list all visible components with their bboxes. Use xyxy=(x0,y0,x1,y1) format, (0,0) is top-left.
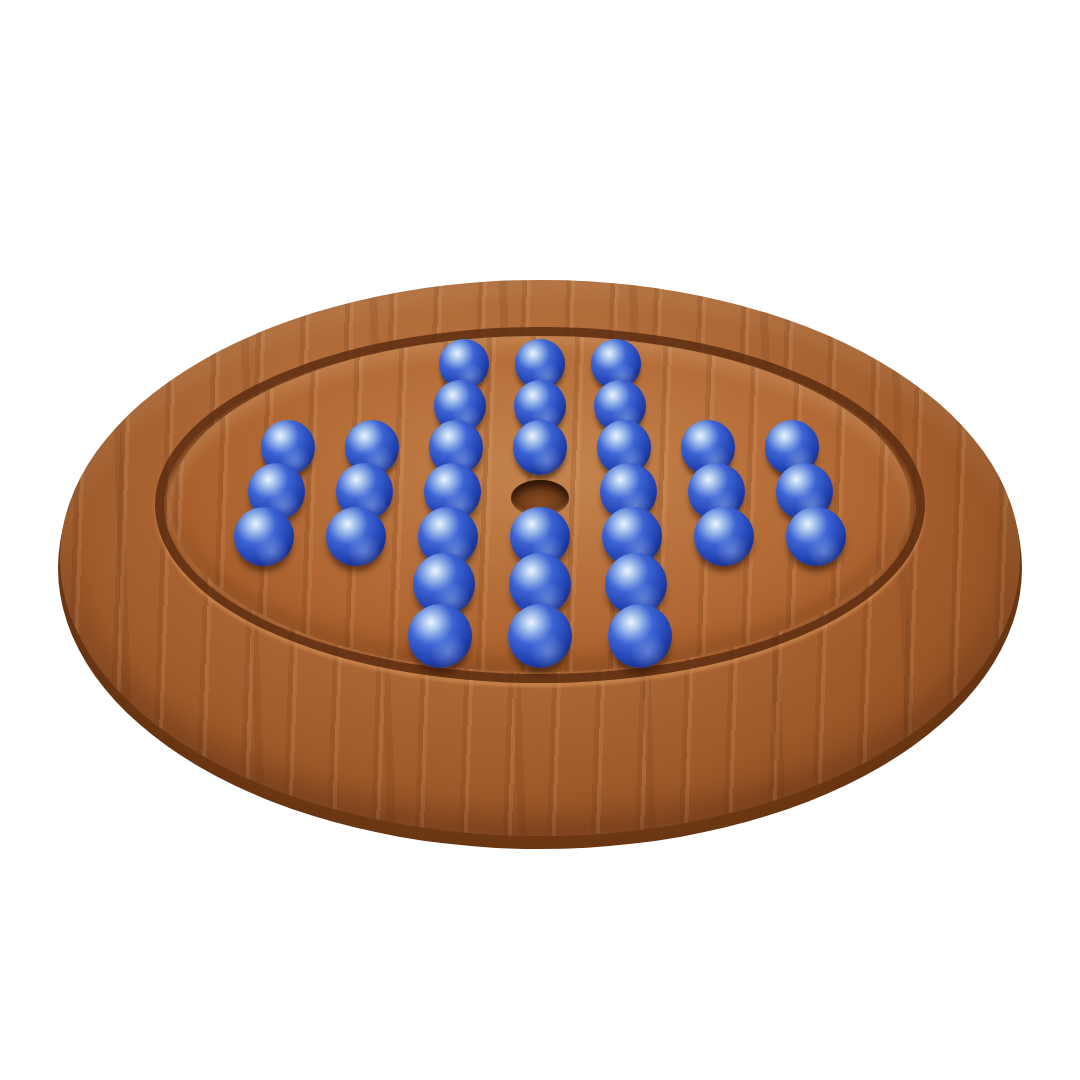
blue-marble[interactable] xyxy=(608,604,673,669)
blue-marble[interactable] xyxy=(786,507,846,567)
blue-marble[interactable] xyxy=(408,604,473,669)
product-photo xyxy=(0,0,1080,1080)
blue-marble[interactable] xyxy=(508,604,573,669)
blue-marble[interactable] xyxy=(326,507,386,567)
blue-marble[interactable] xyxy=(694,507,754,567)
blue-marble[interactable] xyxy=(513,420,567,474)
blue-marble[interactable] xyxy=(234,507,294,567)
hole-grid xyxy=(0,0,1080,1080)
